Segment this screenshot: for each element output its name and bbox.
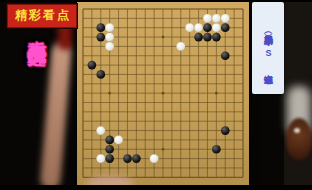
star-point xyxy=(215,92,218,95)
stone-black xyxy=(221,23,230,32)
stone-black xyxy=(203,33,212,42)
stone-white xyxy=(105,23,114,32)
episode-title-vertical: 本手与反击的选择 xyxy=(28,25,47,33)
players-caption-text: 杨鼎新（黑） VS 金志锡 xyxy=(264,28,273,68)
stone-white xyxy=(212,23,221,32)
stone-white xyxy=(194,23,203,32)
stone-black xyxy=(212,145,221,154)
stone-black xyxy=(212,33,221,42)
stone-black xyxy=(105,154,114,163)
go-stone-bowl xyxy=(286,118,312,160)
stone-white xyxy=(150,154,159,163)
stone-white xyxy=(96,154,105,163)
stone-white xyxy=(105,42,114,51)
letterbox-top xyxy=(0,0,312,2)
stone-white xyxy=(176,42,185,51)
star-point xyxy=(162,148,165,151)
stone-white xyxy=(203,14,212,23)
star-point xyxy=(108,92,111,95)
stone-black xyxy=(123,154,132,163)
players-caption: 杨鼎新（黑） VS 金志锡 xyxy=(252,2,284,94)
stone-black xyxy=(96,33,105,42)
stone-white xyxy=(221,14,230,23)
letterbox-bottom xyxy=(0,185,312,190)
stone-white xyxy=(212,14,221,23)
stone-black xyxy=(203,23,212,32)
stone-white xyxy=(114,136,123,145)
star-point xyxy=(162,92,165,95)
stone-black xyxy=(132,154,141,163)
bowl-stone-highlight xyxy=(294,128,300,133)
stone-black xyxy=(221,126,230,135)
stone-white xyxy=(185,23,194,32)
stone-white xyxy=(105,33,114,42)
stone-black xyxy=(96,23,105,32)
presenter-arm xyxy=(40,41,73,190)
stone-black xyxy=(194,33,203,42)
stone-black xyxy=(105,136,114,145)
board-svg xyxy=(77,2,249,185)
stone-black xyxy=(105,145,114,154)
stone-black xyxy=(88,61,97,70)
go-board[interactable] xyxy=(77,2,249,185)
video-frame[interactable]: 精彩看点 本手与反击的选择 杨鼎新（黑） VS 金志锡 xyxy=(0,0,312,190)
stone-white xyxy=(96,126,105,135)
star-point xyxy=(162,36,165,39)
stone-black xyxy=(96,70,105,79)
stone-black xyxy=(221,51,230,60)
